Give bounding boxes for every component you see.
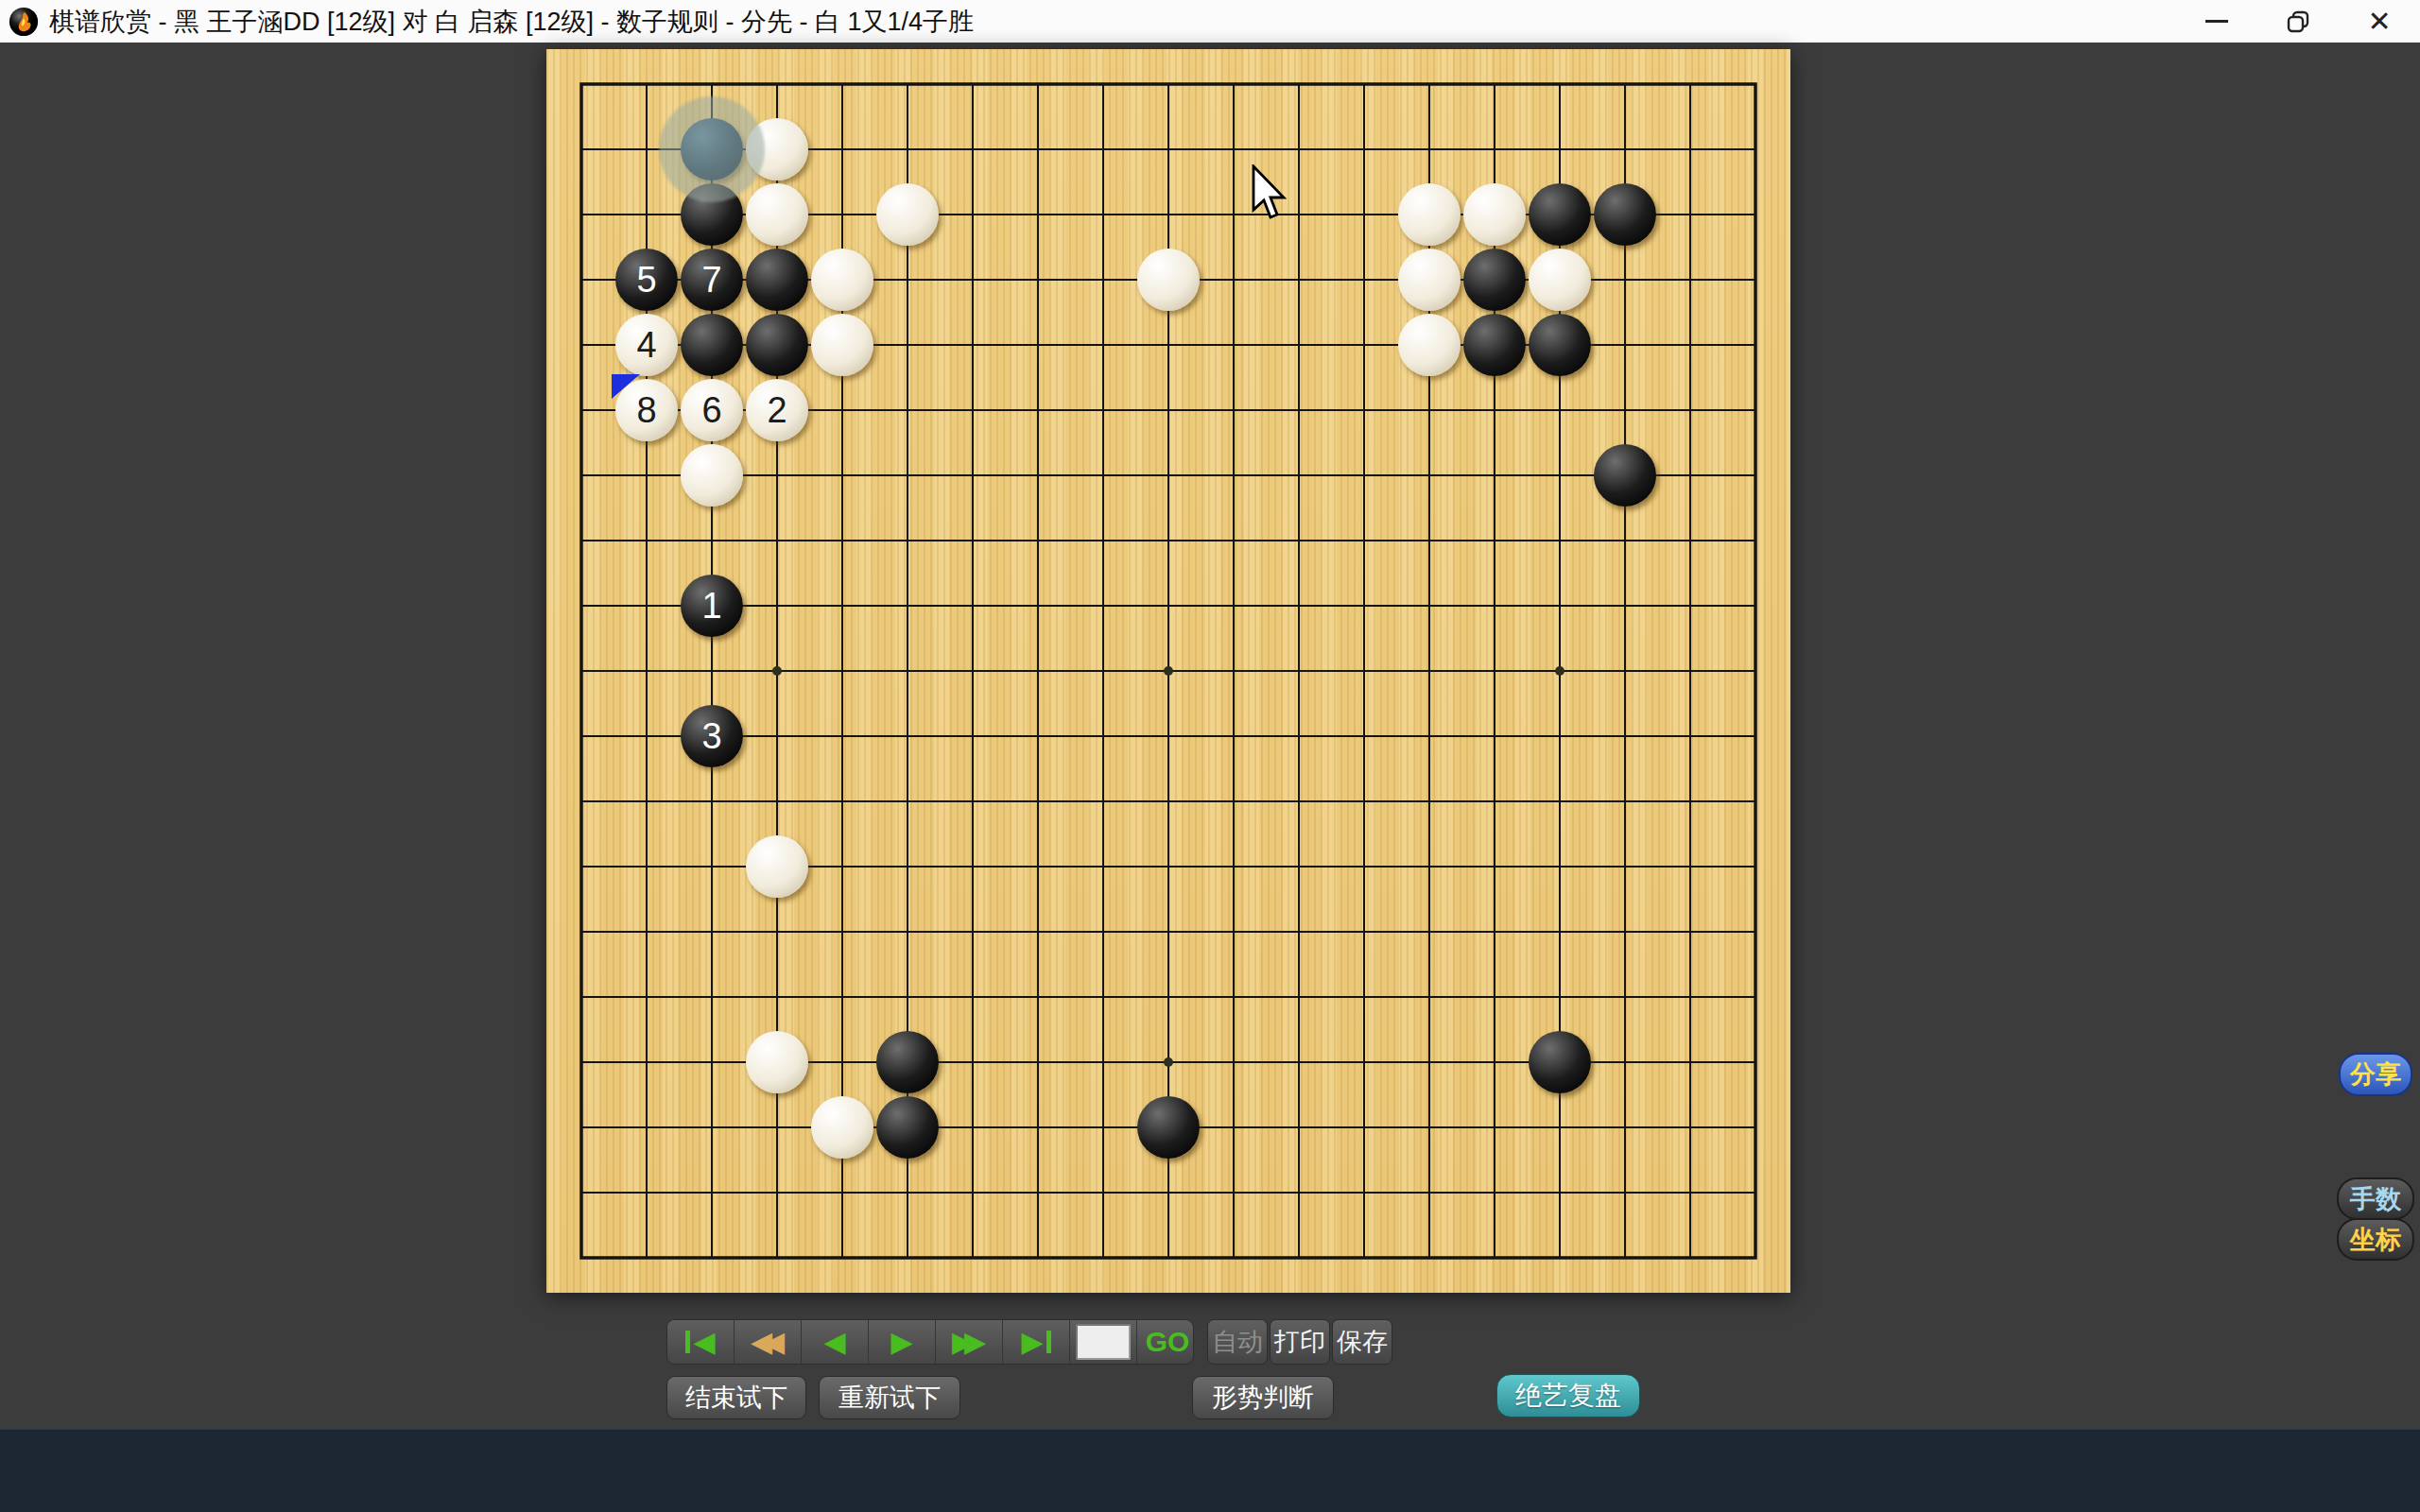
current-move-halo <box>659 96 765 202</box>
move-number-label: 4 <box>636 325 656 366</box>
black-stone <box>1529 183 1591 246</box>
move-number-label: 3 <box>701 716 721 757</box>
share-button[interactable]: 分享 <box>2339 1053 2412 1096</box>
fast-forward-button[interactable]: ▶▶ <box>936 1320 1003 1364</box>
white-stone: 6 <box>681 379 743 441</box>
auto-play-button[interactable]: 自动 <box>1207 1319 1268 1365</box>
fast-forward-icon: ▶▶ <box>952 1328 977 1356</box>
taskbar: X <box>0 1429 2420 1512</box>
window-controls: ✕ <box>2176 0 2420 43</box>
black-stone <box>746 314 808 376</box>
fast-back-icon: ◀◀ <box>751 1328 775 1356</box>
black-stone <box>1594 183 1656 246</box>
app-flame-icon <box>8 6 40 38</box>
last-arrow-icon: ▶ <box>1021 1328 1043 1356</box>
white-stone: 4 <box>615 314 678 376</box>
black-stone <box>1594 444 1656 507</box>
black-stone: 3 <box>681 705 743 767</box>
close-button[interactable]: ✕ <box>2339 0 2420 43</box>
workspace: 57486213 ◀ ◀◀ ◀ ▶ ▶▶ ▶ GO 自动 打印 保存 结束试下 … <box>0 43 2420 1429</box>
last-bar-icon <box>1046 1331 1051 1353</box>
white-stone <box>1463 183 1526 246</box>
white-stone: 2 <box>746 379 808 441</box>
titlebar: 棋谱欣赏 - 黑 王子涵DD [12级] 对 白 启森 [12级] - 数子规则… <box>0 0 2420 43</box>
first-bar-icon <box>685 1331 690 1353</box>
back-button[interactable]: ◀ <box>802 1320 869 1364</box>
move-number-input[interactable] <box>1076 1324 1131 1360</box>
minimize-button[interactable] <box>2176 0 2257 43</box>
white-stone <box>681 444 743 507</box>
maximize-button[interactable] <box>2257 0 2339 43</box>
white-stone <box>1398 249 1461 311</box>
black-stone <box>876 1096 939 1159</box>
mouse-cursor <box>1252 164 1295 225</box>
last-move-button[interactable]: ▶ <box>1003 1320 1070 1364</box>
white-stone <box>1137 249 1200 311</box>
window-title: 棋谱欣赏 - 黑 王子涵DD [12级] 对 白 启森 [12级] - 数子规则… <box>49 5 974 39</box>
move-nav-bar: ◀ ◀◀ ◀ ▶ ▶▶ ▶ GO <box>666 1319 1194 1365</box>
move-number-label: 2 <box>767 390 786 431</box>
go-button[interactable]: GO <box>1137 1320 1194 1364</box>
black-stone: 1 <box>681 575 743 637</box>
move-count-button[interactable]: 手数 <box>2337 1177 2414 1220</box>
white-stone <box>1398 183 1461 246</box>
restore-icon <box>2286 9 2310 34</box>
blue-triangle-marker <box>612 374 640 399</box>
coords-button[interactable]: 坐标 <box>2337 1218 2414 1261</box>
white-stone <box>746 835 808 898</box>
screen: 棋谱欣赏 - 黑 王子涵DD [12级] 对 白 启森 [12级] - 数子规则… <box>0 0 2420 1512</box>
restart-trial-button[interactable]: 重新试下 <box>819 1376 960 1419</box>
black-stone <box>1463 314 1526 376</box>
white-stone <box>876 183 939 246</box>
white-stone <box>746 183 808 246</box>
move-number-label: 6 <box>701 390 721 431</box>
fast-back-button[interactable]: ◀◀ <box>735 1320 802 1364</box>
print-button[interactable]: 打印 <box>1270 1319 1330 1365</box>
black-stone <box>746 249 808 311</box>
close-icon: ✕ <box>2367 0 2391 43</box>
first-move-button[interactable]: ◀ <box>667 1320 735 1364</box>
move-number-label: 1 <box>701 586 721 627</box>
forward-button[interactable]: ▶ <box>869 1320 936 1364</box>
black-stone <box>1529 1031 1591 1093</box>
first-arrow-icon: ◀ <box>693 1328 715 1356</box>
black-stone <box>1529 314 1591 376</box>
black-stone <box>1463 249 1526 311</box>
stones-layer: 57486213 <box>549 52 1789 1291</box>
go-board[interactable]: 57486213 <box>546 49 1790 1293</box>
black-stone <box>876 1031 939 1093</box>
white-stone <box>1529 249 1591 311</box>
save-button[interactable]: 保存 <box>1332 1319 1392 1365</box>
white-stone <box>811 1096 873 1159</box>
juyi-review-button[interactable]: 绝艺复盘 <box>1496 1374 1640 1417</box>
black-stone: 7 <box>681 249 743 311</box>
minimize-icon <box>2205 20 2228 23</box>
white-stone <box>811 314 873 376</box>
white-stone <box>811 249 873 311</box>
move-number-box <box>1070 1320 1137 1364</box>
black-stone: 5 <box>615 249 678 311</box>
black-stone <box>1137 1096 1200 1159</box>
end-trial-button[interactable]: 结束试下 <box>666 1376 806 1419</box>
white-stone <box>746 1031 808 1093</box>
position-judge-button[interactable]: 形势判断 <box>1192 1376 1334 1419</box>
forward-icon: ▶ <box>890 1328 912 1356</box>
white-stone <box>1398 314 1461 376</box>
back-icon: ◀ <box>823 1328 845 1356</box>
move-number-label: 7 <box>701 260 721 301</box>
black-stone <box>681 314 743 376</box>
move-number-label: 5 <box>636 260 656 301</box>
